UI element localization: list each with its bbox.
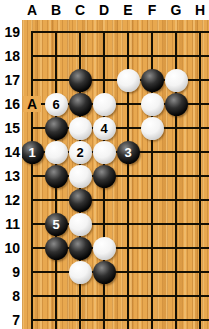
column-label-H: H — [188, 2, 209, 19]
row-label-14: 14 — [0, 142, 20, 162]
grid-line-row-18 — [31, 55, 209, 57]
white-stone-C13 — [69, 165, 92, 188]
column-label-A: A — [20, 2, 44, 19]
black-stone-F17 — [141, 69, 164, 92]
black-stone-C16 — [69, 93, 92, 116]
column-label-D: D — [92, 2, 116, 19]
black-stone-B15 — [45, 117, 68, 140]
column-label-F: F — [140, 2, 164, 19]
column-label-C: C — [68, 2, 92, 19]
white-stone-C15 — [69, 117, 92, 140]
row-label-19: 19 — [0, 22, 20, 42]
white-stone-G17 — [165, 69, 188, 92]
black-stone-C17 — [69, 69, 92, 92]
grid-line-row-8 — [31, 295, 209, 297]
go-board[interactable]: A641235 — [22, 20, 209, 329]
black-stone-B11: 5 — [45, 213, 68, 236]
grid-line-row-7 — [31, 319, 209, 321]
row-label-15: 15 — [0, 118, 20, 138]
white-stone-D10 — [93, 237, 116, 260]
black-stone-C12 — [69, 189, 92, 212]
row-label-8: 8 — [0, 286, 20, 306]
black-stone-A14: 1 — [22, 141, 44, 164]
row-label-7: 7 — [0, 310, 20, 329]
grid-line-row-9 — [31, 271, 209, 273]
point-marker-A16: A — [23, 96, 41, 112]
row-label-13: 13 — [0, 166, 20, 186]
row-label-9: 9 — [0, 262, 20, 282]
white-stone-C14: 2 — [69, 141, 92, 164]
white-stone-C11 — [69, 213, 92, 236]
black-stone-B13 — [45, 165, 68, 188]
black-stone-B10 — [45, 237, 68, 260]
grid-line-col-H — [199, 31, 201, 329]
white-stone-D16 — [93, 93, 116, 116]
black-stone-D13 — [93, 165, 116, 188]
column-label-G: G — [164, 2, 188, 19]
row-label-10: 10 — [0, 238, 20, 258]
go-diagram-page: ABCDEFGH 19181716151413121110987 A641235 — [0, 0, 209, 329]
white-stone-B16: 6 — [45, 93, 68, 116]
column-label-B: B — [44, 2, 68, 19]
row-label-17: 17 — [0, 70, 20, 90]
row-label-16: 16 — [0, 94, 20, 114]
white-stone-E17 — [117, 69, 140, 92]
row-label-12: 12 — [0, 190, 20, 210]
white-stone-D15: 4 — [93, 117, 116, 140]
grid-line-row-19 — [31, 31, 209, 33]
black-stone-G16 — [165, 93, 188, 116]
white-stone-D14 — [93, 141, 116, 164]
white-stone-F15 — [141, 117, 164, 140]
white-stone-B14 — [45, 141, 68, 164]
black-stone-C10 — [69, 237, 92, 260]
white-stone-C9 — [69, 261, 92, 284]
column-label-E: E — [116, 2, 140, 19]
black-stone-D9 — [93, 261, 116, 284]
grid-line-row-12 — [31, 199, 209, 201]
white-stone-F16 — [141, 93, 164, 116]
black-stone-E14: 3 — [117, 141, 140, 164]
row-label-18: 18 — [0, 46, 20, 66]
row-label-11: 11 — [0, 214, 20, 234]
grid-line-col-A — [31, 31, 33, 329]
